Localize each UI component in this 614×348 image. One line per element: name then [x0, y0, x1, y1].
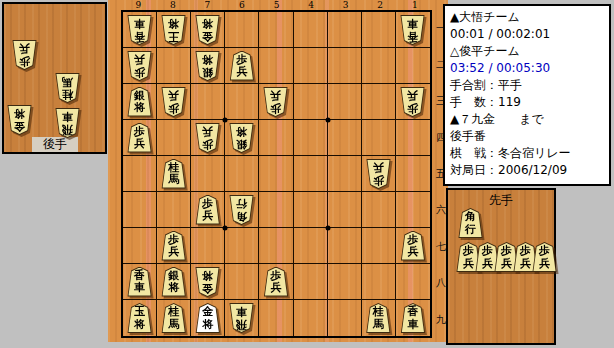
piece-kanji: 歩 [270, 101, 281, 114]
piece-kanji: 飛 [62, 123, 73, 136]
board-square-9-3[interactable]: 銀将 [123, 84, 157, 120]
piece-gote-pawn[interactable]: 歩兵 [400, 87, 425, 117]
piece-sente-pawn[interactable]: 歩兵 [229, 51, 254, 81]
piece-kanji: 歩 [168, 101, 179, 114]
board-square-6-4[interactable]: 銀将 [225, 120, 259, 156]
piece-kanji: 歩 [463, 245, 474, 258]
shogi-board[interactable]: 香車王将金将香車歩兵銀将歩兵銀将歩兵歩兵歩兵歩兵歩兵銀将桂馬歩兵歩兵角行歩兵歩兵… [121, 10, 432, 338]
board-square-9-7[interactable] [123, 228, 157, 264]
piece-kanji: 兵 [373, 161, 384, 174]
info-line-6: ▲７九金 まで [450, 111, 604, 128]
piece-kanji: 車 [134, 17, 145, 30]
piece-kanji: 馬 [168, 174, 179, 187]
piece-kanji: 金 [14, 120, 25, 133]
board-square-6-1[interactable] [225, 12, 259, 48]
board-square-6-2[interactable]: 歩兵 [225, 48, 259, 84]
piece-kanji: 車 [62, 110, 73, 123]
hoshi-dot [223, 118, 228, 123]
piece-kanji: 行 [465, 224, 476, 237]
piece-gote-pawn[interactable]: 歩兵 [366, 159, 391, 189]
piece-kanji: 兵 [270, 282, 281, 295]
board-square-6-7[interactable] [225, 228, 259, 264]
board-square-1-4[interactable] [396, 120, 430, 156]
piece-gote-hand-2[interactable]: 金将 [7, 105, 32, 135]
piece-kanji: 角 [465, 211, 476, 224]
piece-kanji: 香 [407, 29, 418, 42]
board-square-5-7[interactable] [259, 228, 293, 264]
board-square-2-9[interactable]: 桂馬 [362, 300, 396, 336]
piece-gote-gold[interactable]: 金将 [195, 267, 220, 297]
piece-kanji: 行 [236, 197, 247, 210]
file-label: 6 [225, 0, 260, 10]
piece-kanji: 車 [134, 282, 145, 295]
piece-kanji: 兵 [539, 258, 550, 271]
file-labels: 987654321 [121, 0, 432, 10]
board-square-3-6[interactable] [328, 192, 362, 228]
piece-sente-king[interactable]: 玉将 [127, 303, 152, 333]
piece-kanji: 車 [407, 319, 418, 332]
piece-kanji: 将 [134, 102, 145, 115]
board-square-8-9[interactable]: 桂馬 [157, 300, 191, 336]
piece-kanji: 将 [168, 282, 179, 295]
board-square-9-1[interactable]: 香車 [123, 12, 157, 48]
piece-kanji: 兵 [407, 89, 418, 102]
piece-kanji: 銀 [202, 65, 213, 78]
board-square-9-2[interactable]: 歩兵 [123, 48, 157, 84]
piece-kanji: 金 [202, 306, 213, 319]
piece-kanji: 金 [202, 281, 213, 294]
board-square-7-9[interactable]: 金将 [191, 300, 225, 336]
piece-kanji: 将 [236, 125, 247, 138]
board-square-6-9[interactable]: 飛車 [225, 300, 259, 336]
piece-kanji: 兵 [407, 246, 418, 259]
piece-kanji: 兵 [134, 53, 145, 66]
piece-kanji: 飛 [236, 318, 247, 331]
piece-kanji: 桂 [373, 306, 384, 319]
piece-kanji: 車 [236, 305, 247, 318]
board-square-5-2[interactable] [259, 48, 293, 84]
board-square-4-9[interactable] [294, 300, 328, 336]
piece-sente-hand-5[interactable]: 歩兵 [532, 242, 557, 272]
piece-gote-hand-3[interactable]: 飛車 [55, 108, 80, 138]
board-square-3-7[interactable] [328, 228, 362, 264]
board-square-7-7[interactable] [191, 228, 225, 264]
info-line-3: 03:52 / 00:05:30 [450, 60, 604, 77]
piece-sente-gold[interactable]: 金将 [195, 303, 220, 333]
piece-kanji: 金 [202, 29, 213, 42]
board-square-1-1[interactable]: 香車 [396, 12, 430, 48]
piece-kanji: 歩 [520, 245, 531, 258]
board-square-7-3[interactable] [191, 84, 225, 120]
board-square-2-4[interactable] [362, 120, 396, 156]
board-square-8-1[interactable]: 王将 [157, 12, 191, 48]
piece-kanji: 桂 [62, 88, 73, 101]
hoshi-dot [325, 118, 330, 123]
piece-kanji: 兵 [202, 210, 213, 223]
piece-kanji: 歩 [501, 245, 512, 258]
board-square-9-4[interactable]: 歩兵 [123, 120, 157, 156]
piece-kanji: 馬 [373, 319, 384, 332]
board-square-9-9[interactable]: 玉将 [123, 300, 157, 336]
piece-kanji: 将 [14, 107, 25, 120]
piece-kanji: 兵 [236, 66, 247, 79]
board-square-4-4[interactable] [294, 120, 328, 156]
board-square-6-6[interactable]: 角行 [225, 192, 259, 228]
piece-kanji: 車 [407, 17, 418, 30]
board-square-4-5[interactable] [294, 156, 328, 192]
board-square-2-7[interactable] [362, 228, 396, 264]
board-square-7-2[interactable]: 銀将 [191, 48, 225, 84]
piece-gote-pawn[interactable]: 歩兵 [263, 87, 288, 117]
board-square-2-5[interactable]: 歩兵 [362, 156, 396, 192]
piece-kanji: 角 [236, 209, 247, 222]
board-square-8-3[interactable]: 歩兵 [157, 84, 191, 120]
piece-kanji: 王 [168, 29, 179, 42]
info-line-1: 00:01 / 00:02:01 [450, 26, 604, 43]
game-info-panel: ▲大悟チーム00:01 / 00:02:01△俊平チーム03:52 / 00:0… [443, 4, 611, 186]
board-square-5-1[interactable] [259, 12, 293, 48]
piece-sente-pawn[interactable]: 歩兵 [127, 123, 152, 153]
piece-kanji: 兵 [482, 258, 493, 271]
piece-gote-silver[interactable]: 銀将 [195, 51, 220, 81]
board-block: 987654321 香車王将金将香車歩兵銀将歩兵銀将歩兵歩兵歩兵歩兵歩兵銀将桂馬… [108, 0, 448, 342]
piece-gote-lance[interactable]: 香車 [400, 15, 425, 45]
gote-captured-stand[interactable]: 後手 歩兵桂馬金将飛車 [2, 2, 107, 154]
piece-kanji: 将 [168, 17, 179, 30]
file-label: 1 [398, 0, 433, 10]
piece-kanji: 兵 [501, 258, 512, 271]
piece-kanji: 玉 [134, 306, 145, 319]
board-square-1-5[interactable] [396, 156, 430, 192]
board-square-7-6[interactable]: 歩兵 [191, 192, 225, 228]
piece-kanji: 兵 [168, 246, 179, 259]
board-square-5-6[interactable] [259, 192, 293, 228]
board-square-3-4[interactable] [328, 120, 362, 156]
board-square-5-9[interactable] [259, 300, 293, 336]
board-square-5-8[interactable]: 歩兵 [259, 264, 293, 300]
piece-sente-pawn[interactable]: 歩兵 [400, 231, 425, 261]
board-square-3-8[interactable] [328, 264, 362, 300]
piece-kanji: 銀 [236, 137, 247, 150]
piece-gote-hand-0[interactable]: 歩兵 [12, 40, 37, 70]
board-square-9-8[interactable]: 香車 [123, 264, 157, 300]
board-square-7-4[interactable]: 歩兵 [191, 120, 225, 156]
piece-sente-lance[interactable]: 香車 [400, 303, 425, 333]
board-square-4-2[interactable] [294, 48, 328, 84]
gote-stand-label: 後手 [32, 137, 78, 152]
info-line-8: 棋 戦：冬合宿リレー [450, 145, 604, 162]
board-square-2-6[interactable] [362, 192, 396, 228]
piece-gote-pawn[interactable]: 歩兵 [195, 123, 220, 153]
piece-kanji: 将 [202, 53, 213, 66]
info-line-5: 手 数：119 [450, 94, 604, 111]
board-square-8-2[interactable] [157, 48, 191, 84]
board-square-8-5[interactable]: 桂馬 [157, 156, 191, 192]
piece-kanji: 桂 [168, 306, 179, 319]
file-label: 3 [328, 0, 363, 10]
file-label: 5 [259, 0, 294, 10]
board-square-8-6[interactable] [157, 192, 191, 228]
board-square-7-8[interactable]: 金将 [191, 264, 225, 300]
info-line-7: 後手番 [450, 128, 604, 145]
board-square-3-2[interactable] [328, 48, 362, 84]
piece-kanji: 香 [407, 306, 418, 319]
board-square-5-3[interactable]: 歩兵 [259, 84, 293, 120]
board-square-1-2[interactable] [396, 48, 430, 84]
board-square-9-6[interactable] [123, 192, 157, 228]
board-square-1-7[interactable]: 歩兵 [396, 228, 430, 264]
piece-sente-silver[interactable]: 銀将 [127, 87, 152, 117]
piece-sente-hand-0[interactable]: 角行 [458, 208, 483, 238]
piece-gote-pawn[interactable]: 歩兵 [127, 51, 152, 81]
file-label: 4 [294, 0, 329, 10]
piece-sente-silver[interactable]: 銀将 [161, 267, 186, 297]
board-square-3-9[interactable] [328, 300, 362, 336]
piece-gote-bishop[interactable]: 角行 [229, 195, 254, 225]
piece-kanji: 歩 [19, 55, 30, 68]
info-line-4: 手合割：平手 [450, 77, 604, 94]
board-square-4-7[interactable] [294, 228, 328, 264]
piece-sente-pawn[interactable]: 歩兵 [161, 231, 186, 261]
piece-gote-silver[interactable]: 銀将 [229, 123, 254, 153]
piece-kanji: 歩 [202, 137, 213, 150]
board-square-4-1[interactable] [294, 12, 328, 48]
info-line-0: ▲大悟チーム [450, 9, 604, 26]
piece-kanji: 歩 [407, 101, 418, 114]
piece-gote-gold[interactable]: 金将 [195, 15, 220, 45]
file-label: 7 [190, 0, 225, 10]
piece-kanji: 兵 [270, 89, 281, 102]
piece-kanji: 将 [134, 319, 145, 332]
piece-sente-pawn[interactable]: 歩兵 [195, 195, 220, 225]
board-square-1-9[interactable]: 香車 [396, 300, 430, 336]
board-square-7-1[interactable]: 金将 [191, 12, 225, 48]
file-label: 9 [121, 0, 156, 10]
info-line-9: 対局日：2006/12/09 [450, 162, 604, 179]
piece-kanji: 将 [202, 269, 213, 282]
piece-gote-lance[interactable]: 香車 [127, 15, 152, 45]
piece-sente-knight[interactable]: 桂馬 [161, 303, 186, 333]
board-square-1-8[interactable] [396, 264, 430, 300]
piece-sente-lance[interactable]: 香車 [127, 267, 152, 297]
hoshi-dot [325, 226, 330, 231]
file-label: 2 [363, 0, 398, 10]
board-square-3-5[interactable] [328, 156, 362, 192]
piece-sente-knight[interactable]: 桂馬 [161, 159, 186, 189]
piece-kanji: 兵 [520, 258, 531, 271]
board-square-4-8[interactable] [294, 264, 328, 300]
board-square-8-8[interactable]: 銀将 [157, 264, 191, 300]
piece-kanji: 兵 [168, 89, 179, 102]
piece-kanji: 香 [134, 29, 145, 42]
board-square-6-8[interactable] [225, 264, 259, 300]
piece-kanji: 歩 [373, 173, 384, 186]
info-line-2: △俊平チーム [450, 43, 604, 60]
board-square-5-4[interactable] [259, 120, 293, 156]
piece-sente-knight[interactable]: 桂馬 [366, 303, 391, 333]
board-square-6-3[interactable] [225, 84, 259, 120]
board-square-3-3[interactable] [328, 84, 362, 120]
piece-kanji: 歩 [482, 245, 493, 258]
board-square-7-5[interactable] [191, 156, 225, 192]
board-square-9-5[interactable] [123, 156, 157, 192]
board-square-8-7[interactable]: 歩兵 [157, 228, 191, 264]
board-square-2-3[interactable] [362, 84, 396, 120]
piece-kanji: 兵 [134, 138, 145, 151]
sente-stand-label: 先手 [448, 192, 554, 209]
board-square-1-3[interactable]: 歩兵 [396, 84, 430, 120]
board-square-4-3[interactable] [294, 84, 328, 120]
piece-sente-pawn[interactable]: 歩兵 [263, 267, 288, 297]
piece-kanji: 馬 [168, 319, 179, 332]
piece-gote-pawn[interactable]: 歩兵 [161, 87, 186, 117]
board-square-2-2[interactable] [362, 48, 396, 84]
file-label: 8 [156, 0, 191, 10]
board-square-2-8[interactable] [362, 264, 396, 300]
board-square-5-5[interactable] [259, 156, 293, 192]
piece-kanji: 歩 [134, 65, 145, 78]
piece-gote-hand-1[interactable]: 桂馬 [55, 73, 80, 103]
piece-kanji: 将 [202, 17, 213, 30]
piece-kanji: 兵 [19, 42, 30, 55]
board-square-4-6[interactable] [294, 192, 328, 228]
board-square-1-6[interactable] [396, 192, 430, 228]
board-square-6-5[interactable] [225, 156, 259, 192]
piece-gote-rook[interactable]: 飛車 [229, 303, 254, 333]
piece-kanji: 将 [202, 319, 213, 332]
hoshi-dot [223, 226, 228, 231]
board-square-3-1[interactable] [328, 12, 362, 48]
piece-kanji: 歩 [539, 245, 550, 258]
piece-kanji: 兵 [202, 125, 213, 138]
board-square-2-1[interactable] [362, 12, 396, 48]
sente-captured-stand[interactable]: 先手 角行歩兵歩兵歩兵歩兵歩兵 [446, 188, 556, 345]
board-square-8-4[interactable] [157, 120, 191, 156]
piece-kanji: 兵 [463, 258, 474, 271]
piece-gote-king[interactable]: 王将 [161, 15, 186, 45]
piece-kanji: 馬 [62, 75, 73, 88]
